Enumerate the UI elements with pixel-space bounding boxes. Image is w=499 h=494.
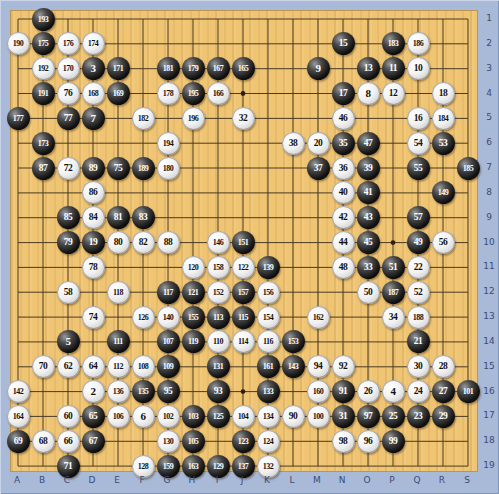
stone-D9[interactable]: 84 bbox=[82, 206, 105, 229]
row-label-4: 4 bbox=[480, 87, 498, 99]
stone-Q2[interactable]: 186 bbox=[407, 32, 430, 55]
stone-C14[interactable]: 5 bbox=[57, 330, 80, 353]
star-point bbox=[391, 240, 396, 245]
stone-I17[interactable]: 125 bbox=[207, 405, 230, 428]
stone-K17[interactable]: 134 bbox=[257, 405, 280, 428]
stone-H17[interactable]: 103 bbox=[182, 405, 205, 428]
stone-P12[interactable]: 187 bbox=[382, 281, 405, 304]
stone-C17[interactable]: 60 bbox=[57, 405, 80, 428]
stone-M6[interactable]: 20 bbox=[307, 132, 330, 155]
stone-O4[interactable]: 8 bbox=[357, 82, 380, 105]
stone-Q15[interactable]: 30 bbox=[407, 355, 430, 378]
col-label-K: K bbox=[257, 475, 277, 485]
stone-P18[interactable]: 99 bbox=[382, 430, 405, 453]
stone-D4[interactable]: 168 bbox=[82, 82, 105, 105]
row-label-8: 8 bbox=[480, 186, 498, 198]
stone-D11[interactable]: 78 bbox=[82, 256, 105, 279]
col-label-M: M bbox=[307, 475, 327, 485]
stone-B15[interactable]: 70 bbox=[32, 355, 55, 378]
stone-O10[interactable]: 45 bbox=[357, 231, 380, 254]
stone-P4[interactable]: 12 bbox=[382, 82, 405, 105]
stone-Q9[interactable]: 57 bbox=[407, 206, 430, 229]
row-label-16: 16 bbox=[480, 385, 498, 397]
stone-R15[interactable]: 28 bbox=[432, 355, 455, 378]
stone-F15[interactable]: 108 bbox=[132, 355, 155, 378]
go-board[interactable]: 1931901751761741518318619217031711811791… bbox=[10, 10, 478, 472]
stone-C15[interactable]: 62 bbox=[57, 355, 80, 378]
stone-A17[interactable]: 164 bbox=[7, 405, 30, 428]
stone-N8[interactable]: 40 bbox=[332, 181, 355, 204]
stone-N4[interactable]: 17 bbox=[332, 82, 355, 105]
col-label-D: D bbox=[82, 475, 102, 485]
stone-G4[interactable]: 178 bbox=[157, 82, 180, 105]
row-label-2: 2 bbox=[480, 37, 498, 49]
stone-Q10[interactable]: 49 bbox=[407, 231, 430, 254]
stone-Q6[interactable]: 54 bbox=[407, 132, 430, 155]
stone-O8[interactable]: 41 bbox=[357, 181, 380, 204]
stone-O3[interactable]: 13 bbox=[357, 57, 380, 80]
stone-J12[interactable]: 157 bbox=[232, 281, 255, 304]
stone-P13[interactable]: 34 bbox=[382, 306, 405, 329]
stone-D7[interactable]: 89 bbox=[82, 157, 105, 180]
stone-L17[interactable]: 90 bbox=[282, 405, 305, 428]
row-label-10: 10 bbox=[480, 236, 498, 248]
stone-O17[interactable]: 97 bbox=[357, 405, 380, 428]
stone-D17[interactable]: 65 bbox=[82, 405, 105, 428]
stone-I4[interactable]: 166 bbox=[207, 82, 230, 105]
star-point bbox=[241, 91, 246, 96]
stone-H11[interactable]: 120 bbox=[182, 256, 205, 279]
stone-H5[interactable]: 196 bbox=[182, 107, 205, 130]
row-label-13: 13 bbox=[480, 310, 498, 322]
stone-P2[interactable]: 183 bbox=[382, 32, 405, 55]
stone-R10[interactable]: 56 bbox=[432, 231, 455, 254]
stone-I13[interactable]: 113 bbox=[207, 306, 230, 329]
stone-E16[interactable]: 136 bbox=[107, 380, 130, 403]
stone-E4[interactable]: 169 bbox=[107, 82, 130, 105]
stone-C7[interactable]: 72 bbox=[57, 157, 80, 180]
stone-G7[interactable]: 180 bbox=[157, 157, 180, 180]
stone-N17[interactable]: 31 bbox=[332, 405, 355, 428]
stone-R5[interactable]: 184 bbox=[432, 107, 455, 130]
stone-Q16[interactable]: 24 bbox=[407, 380, 430, 403]
stone-N11[interactable]: 48 bbox=[332, 256, 355, 279]
col-label-A: A bbox=[7, 475, 27, 485]
stone-F10[interactable]: 82 bbox=[132, 231, 155, 254]
stone-N7[interactable]: 36 bbox=[332, 157, 355, 180]
col-label-O: O bbox=[357, 475, 377, 485]
stone-L14[interactable]: 153 bbox=[282, 330, 305, 353]
col-label-E: E bbox=[107, 475, 127, 485]
stone-S7[interactable]: 185 bbox=[457, 157, 480, 180]
stone-R17[interactable]: 29 bbox=[432, 405, 455, 428]
stone-C12[interactable]: 58 bbox=[57, 281, 80, 304]
stone-G15[interactable]: 109 bbox=[157, 355, 180, 378]
stone-C18[interactable]: 66 bbox=[57, 430, 80, 453]
stone-G6[interactable]: 194 bbox=[157, 132, 180, 155]
stone-F9[interactable]: 83 bbox=[132, 206, 155, 229]
stone-N18[interactable]: 98 bbox=[332, 430, 355, 453]
stone-C10[interactable]: 79 bbox=[57, 231, 80, 254]
stone-K13[interactable]: 154 bbox=[257, 306, 280, 329]
stone-M3[interactable]: 9 bbox=[307, 57, 330, 80]
stone-J10[interactable]: 151 bbox=[232, 231, 255, 254]
stone-G17[interactable]: 102 bbox=[157, 405, 180, 428]
stone-I15[interactable]: 131 bbox=[207, 355, 230, 378]
row-label-6: 6 bbox=[480, 136, 498, 148]
stone-Q3[interactable]: 10 bbox=[407, 57, 430, 80]
row-label-15: 15 bbox=[480, 360, 498, 372]
col-label-R: R bbox=[432, 475, 452, 485]
col-label-S: S bbox=[457, 475, 477, 485]
stone-R8[interactable]: 149 bbox=[432, 181, 455, 204]
stone-G18[interactable]: 130 bbox=[157, 430, 180, 453]
stone-B7[interactable]: 87 bbox=[32, 157, 55, 180]
stone-G13[interactable]: 140 bbox=[157, 306, 180, 329]
stone-O6[interactable]: 47 bbox=[357, 132, 380, 155]
stone-E17[interactable]: 106 bbox=[107, 405, 130, 428]
stone-C2[interactable]: 176 bbox=[57, 32, 80, 55]
stone-A16[interactable]: 142 bbox=[7, 380, 30, 403]
row-label-3: 3 bbox=[480, 62, 498, 74]
stone-K15[interactable]: 161 bbox=[257, 355, 280, 378]
stone-F16[interactable]: 135 bbox=[132, 380, 155, 403]
stone-B6[interactable]: 173 bbox=[32, 132, 55, 155]
stone-J3[interactable]: 165 bbox=[232, 57, 255, 80]
stone-F5[interactable]: 182 bbox=[132, 107, 155, 130]
stone-G3[interactable]: 181 bbox=[157, 57, 180, 80]
stone-I11[interactable]: 158 bbox=[207, 256, 230, 279]
stone-I14[interactable]: 110 bbox=[207, 330, 230, 353]
stone-E9[interactable]: 81 bbox=[107, 206, 130, 229]
stone-K16[interactable]: 133 bbox=[257, 380, 280, 403]
col-label-P: P bbox=[382, 475, 402, 485]
stone-F7[interactable]: 189 bbox=[132, 157, 155, 180]
stone-Q17[interactable]: 23 bbox=[407, 405, 430, 428]
stone-C9[interactable]: 85 bbox=[57, 206, 80, 229]
stone-D10[interactable]: 19 bbox=[82, 231, 105, 254]
stone-D15[interactable]: 64 bbox=[82, 355, 105, 378]
col-label-L: L bbox=[282, 475, 302, 485]
stone-B18[interactable]: 68 bbox=[32, 430, 55, 453]
stone-H13[interactable]: 155 bbox=[182, 306, 205, 329]
stone-O16[interactable]: 26 bbox=[357, 380, 380, 403]
row-label-7: 7 bbox=[480, 161, 498, 173]
stone-E10[interactable]: 80 bbox=[107, 231, 130, 254]
stone-K14[interactable]: 116 bbox=[257, 330, 280, 353]
stone-O9[interactable]: 43 bbox=[357, 206, 380, 229]
stone-E12[interactable]: 118 bbox=[107, 281, 130, 304]
stone-G14[interactable]: 107 bbox=[157, 330, 180, 353]
go-diagram-window: 1931901751761741518318619217031711811791… bbox=[0, 0, 499, 494]
stone-R4[interactable]: 18 bbox=[432, 82, 455, 105]
stone-D2[interactable]: 174 bbox=[82, 32, 105, 55]
stone-I10[interactable]: 146 bbox=[207, 231, 230, 254]
stone-M7[interactable]: 37 bbox=[307, 157, 330, 180]
stone-G12[interactable]: 117 bbox=[157, 281, 180, 304]
stone-G10[interactable]: 88 bbox=[157, 231, 180, 254]
stone-B1[interactable]: 193 bbox=[32, 8, 55, 31]
stone-N2[interactable]: 15 bbox=[332, 32, 355, 55]
row-label-11: 11 bbox=[480, 260, 498, 272]
stone-E3[interactable]: 171 bbox=[107, 57, 130, 80]
stone-C4[interactable]: 76 bbox=[57, 82, 80, 105]
col-label-N: N bbox=[332, 475, 352, 485]
stone-A18[interactable]: 69 bbox=[7, 430, 30, 453]
stone-N9[interactable]: 42 bbox=[332, 206, 355, 229]
stone-H18[interactable]: 105 bbox=[182, 430, 205, 453]
col-label-C: C bbox=[57, 475, 77, 485]
stone-J5[interactable]: 32 bbox=[232, 107, 255, 130]
stone-Q11[interactable]: 22 bbox=[407, 256, 430, 279]
row-label-14: 14 bbox=[480, 335, 498, 347]
stone-F13[interactable]: 126 bbox=[132, 306, 155, 329]
col-label-Q: Q bbox=[407, 475, 427, 485]
stone-N10[interactable]: 44 bbox=[332, 231, 355, 254]
stone-Q13[interactable]: 188 bbox=[407, 306, 430, 329]
stone-J14[interactable]: 114 bbox=[232, 330, 255, 353]
stone-I16[interactable]: 93 bbox=[207, 380, 230, 403]
stone-D3[interactable]: 3 bbox=[82, 57, 105, 80]
col-label-B: B bbox=[32, 475, 52, 485]
stone-Q12[interactable]: 52 bbox=[407, 281, 430, 304]
stone-H4[interactable]: 195 bbox=[182, 82, 205, 105]
stone-H14[interactable]: 119 bbox=[182, 330, 205, 353]
stone-C5[interactable]: 77 bbox=[57, 107, 80, 130]
stone-E14[interactable]: 111 bbox=[107, 330, 130, 353]
stone-O7[interactable]: 39 bbox=[357, 157, 380, 180]
stone-N5[interactable]: 46 bbox=[332, 107, 355, 130]
stone-M17[interactable]: 100 bbox=[307, 405, 330, 428]
stone-R6[interactable]: 53 bbox=[432, 132, 455, 155]
stone-A5[interactable]: 177 bbox=[7, 107, 30, 130]
stone-O12[interactable]: 50 bbox=[357, 281, 380, 304]
stone-B2[interactable]: 175 bbox=[32, 32, 55, 55]
stone-B3[interactable]: 192 bbox=[32, 57, 55, 80]
stone-S16[interactable]: 101 bbox=[457, 380, 480, 403]
stone-N16[interactable]: 91 bbox=[332, 380, 355, 403]
stone-G16[interactable]: 95 bbox=[157, 380, 180, 403]
row-label-12: 12 bbox=[480, 285, 498, 297]
stone-O18[interactable]: 96 bbox=[357, 430, 380, 453]
stone-L15[interactable]: 143 bbox=[282, 355, 305, 378]
stone-C3[interactable]: 170 bbox=[57, 57, 80, 80]
stone-B4[interactable]: 191 bbox=[32, 82, 55, 105]
stone-N6[interactable]: 35 bbox=[332, 132, 355, 155]
stone-K18[interactable]: 124 bbox=[257, 430, 280, 453]
stone-O11[interactable]: 33 bbox=[357, 256, 380, 279]
stone-D18[interactable]: 67 bbox=[82, 430, 105, 453]
stone-F17[interactable]: 6 bbox=[132, 405, 155, 428]
col-label-J: J bbox=[232, 475, 252, 485]
stone-M13[interactable]: 162 bbox=[307, 306, 330, 329]
row-label-17: 17 bbox=[480, 409, 498, 421]
stone-M16[interactable]: 160 bbox=[307, 380, 330, 403]
stone-I3[interactable]: 167 bbox=[207, 57, 230, 80]
row-label-18: 18 bbox=[480, 434, 498, 446]
stone-A2[interactable]: 190 bbox=[7, 32, 30, 55]
stone-K11[interactable]: 139 bbox=[257, 256, 280, 279]
col-label-H: H bbox=[182, 475, 202, 485]
col-label-F: F bbox=[132, 475, 152, 485]
star-point bbox=[241, 389, 246, 394]
stone-H3[interactable]: 179 bbox=[182, 57, 205, 80]
stone-N15[interactable]: 92 bbox=[332, 355, 355, 378]
row-label-9: 9 bbox=[480, 211, 498, 223]
stone-J13[interactable]: 115 bbox=[232, 306, 255, 329]
stone-H12[interactable]: 121 bbox=[182, 281, 205, 304]
stone-M15[interactable]: 94 bbox=[307, 355, 330, 378]
stone-J17[interactable]: 104 bbox=[232, 405, 255, 428]
stone-P11[interactable]: 51 bbox=[382, 256, 405, 279]
stone-J18[interactable]: 123 bbox=[232, 430, 255, 453]
stone-Q14[interactable]: 21 bbox=[407, 330, 430, 353]
stone-J11[interactable]: 122 bbox=[232, 256, 255, 279]
col-label-G: G bbox=[157, 475, 177, 485]
row-label-1: 1 bbox=[480, 12, 498, 24]
stone-D8[interactable]: 86 bbox=[82, 181, 105, 204]
stone-R16[interactable]: 27 bbox=[432, 380, 455, 403]
stone-E15[interactable]: 112 bbox=[107, 355, 130, 378]
stone-E7[interactable]: 75 bbox=[107, 157, 130, 180]
stone-D13[interactable]: 74 bbox=[82, 306, 105, 329]
stone-D16[interactable]: 2 bbox=[82, 380, 105, 403]
stone-I12[interactable]: 152 bbox=[207, 281, 230, 304]
stone-P17[interactable]: 25 bbox=[382, 405, 405, 428]
stone-P3[interactable]: 11 bbox=[382, 57, 405, 80]
stone-Q5[interactable]: 16 bbox=[407, 107, 430, 130]
row-label-19: 19 bbox=[480, 459, 498, 471]
stone-L6[interactable]: 38 bbox=[282, 132, 305, 155]
stone-K12[interactable]: 156 bbox=[257, 281, 280, 304]
col-label-I: I bbox=[207, 475, 227, 485]
stone-P16[interactable]: 4 bbox=[382, 380, 405, 403]
stone-Q7[interactable]: 55 bbox=[407, 157, 430, 180]
row-label-5: 5 bbox=[480, 111, 498, 123]
stone-D5[interactable]: 7 bbox=[82, 107, 105, 130]
